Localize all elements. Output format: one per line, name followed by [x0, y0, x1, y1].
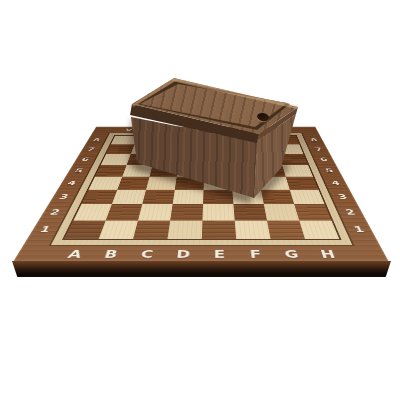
box-lid-right-edge	[0, 0, 400, 400]
chess-piece-box	[0, 0, 400, 400]
box-lid-sliding-panel	[0, 0, 400, 400]
box-lid-highlight	[0, 0, 400, 400]
box-right-face	[0, 0, 400, 400]
product-photo-scene: ABCDEFGH ABCDEFGH 87654321 87654321	[0, 0, 400, 400]
box-lid-highlight	[0, 0, 400, 400]
box-front-face	[0, 0, 400, 400]
box-lid-groove	[0, 0, 400, 400]
box-lid-top	[0, 0, 400, 400]
box-lid-front-edge	[0, 0, 400, 400]
